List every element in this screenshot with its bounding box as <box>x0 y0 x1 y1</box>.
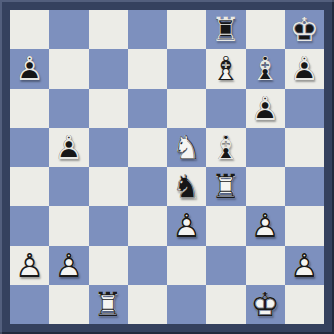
square-d2[interactable] <box>128 246 167 285</box>
square-h2[interactable]: ♟♙ <box>285 246 324 285</box>
square-f4[interactable]: ♜♖ <box>206 167 245 206</box>
piece-fill-glyph: ♜ <box>206 10 245 49</box>
piece-outline-glyph: ♗ <box>206 49 245 88</box>
square-b3[interactable] <box>49 206 88 245</box>
square-a7[interactable]: ♟♙ <box>10 49 49 88</box>
piece-outline-glyph: ♖ <box>89 285 128 324</box>
black-rook[interactable]: ♜♖ <box>206 10 245 49</box>
square-f6[interactable] <box>206 89 245 128</box>
square-h3[interactable] <box>285 206 324 245</box>
square-f8[interactable]: ♜♖ <box>206 10 245 49</box>
piece-outline-glyph: ♙ <box>10 49 49 88</box>
square-g4[interactable] <box>246 167 285 206</box>
piece-outline-glyph: ♙ <box>285 246 324 285</box>
piece-outline-glyph: ♙ <box>10 246 49 285</box>
square-d1[interactable] <box>128 285 167 324</box>
piece-outline-glyph: ♘ <box>167 167 206 206</box>
piece-fill-glyph: ♞ <box>167 128 206 167</box>
black-pawn[interactable]: ♟♙ <box>246 89 285 128</box>
square-g5[interactable] <box>246 128 285 167</box>
piece-outline-glyph: ♗ <box>206 128 245 167</box>
square-f7[interactable]: ♝♗ <box>206 49 245 88</box>
square-a4[interactable] <box>10 167 49 206</box>
piece-outline-glyph: ♙ <box>49 128 88 167</box>
piece-fill-glyph: ♟ <box>246 206 285 245</box>
square-a5[interactable] <box>10 128 49 167</box>
white-pawn[interactable]: ♟♙ <box>49 246 88 285</box>
square-a8[interactable] <box>10 10 49 49</box>
white-bishop[interactable]: ♝♗ <box>206 49 245 88</box>
chess-board: ♜♖♚♔♟♙♝♗♝♗♟♙♟♙♟♙♞♘♝♗♞♘♜♖♟♙♟♙♟♙♟♙♟♙♜♖♚♔ <box>10 10 324 324</box>
piece-fill-glyph: ♟ <box>285 246 324 285</box>
square-b4[interactable] <box>49 167 88 206</box>
white-king[interactable]: ♚♔ <box>246 285 285 324</box>
square-a3[interactable] <box>10 206 49 245</box>
black-knight[interactable]: ♞♘ <box>167 167 206 206</box>
square-e5[interactable]: ♞♘ <box>167 128 206 167</box>
square-c5[interactable] <box>89 128 128 167</box>
white-pawn[interactable]: ♟♙ <box>167 206 206 245</box>
square-g6[interactable]: ♟♙ <box>246 89 285 128</box>
square-g7[interactable]: ♝♗ <box>246 49 285 88</box>
piece-fill-glyph: ♟ <box>49 246 88 285</box>
black-bishop[interactable]: ♝♗ <box>206 128 245 167</box>
piece-fill-glyph: ♜ <box>89 285 128 324</box>
square-a1[interactable] <box>10 285 49 324</box>
square-h6[interactable] <box>285 89 324 128</box>
piece-fill-glyph: ♝ <box>246 49 285 88</box>
square-b1[interactable] <box>49 285 88 324</box>
square-b8[interactable] <box>49 10 88 49</box>
piece-fill-glyph: ♟ <box>167 206 206 245</box>
square-d6[interactable] <box>128 89 167 128</box>
black-bishop[interactable]: ♝♗ <box>246 49 285 88</box>
square-f1[interactable] <box>206 285 245 324</box>
square-c1[interactable]: ♜♖ <box>89 285 128 324</box>
piece-outline-glyph: ♖ <box>206 167 245 206</box>
piece-fill-glyph: ♚ <box>285 10 324 49</box>
piece-outline-glyph: ♙ <box>167 206 206 245</box>
square-h5[interactable] <box>285 128 324 167</box>
black-pawn[interactable]: ♟♙ <box>10 49 49 88</box>
white-knight[interactable]: ♞♘ <box>167 128 206 167</box>
square-b6[interactable] <box>49 89 88 128</box>
white-pawn[interactable]: ♟♙ <box>285 246 324 285</box>
piece-outline-glyph: ♙ <box>49 246 88 285</box>
black-pawn[interactable]: ♟♙ <box>49 128 88 167</box>
piece-outline-glyph: ♔ <box>285 10 324 49</box>
square-c7[interactable] <box>89 49 128 88</box>
square-e7[interactable] <box>167 49 206 88</box>
black-king[interactable]: ♚♔ <box>285 10 324 49</box>
piece-outline-glyph: ♗ <box>246 49 285 88</box>
piece-fill-glyph: ♝ <box>206 128 245 167</box>
square-c4[interactable] <box>89 167 128 206</box>
white-rook[interactable]: ♜♖ <box>206 167 245 206</box>
square-e6[interactable] <box>167 89 206 128</box>
piece-fill-glyph: ♟ <box>246 89 285 128</box>
square-a6[interactable] <box>10 89 49 128</box>
square-e3[interactable]: ♟♙ <box>167 206 206 245</box>
square-f2[interactable] <box>206 246 245 285</box>
square-g3[interactable]: ♟♙ <box>246 206 285 245</box>
square-d7[interactable] <box>128 49 167 88</box>
board-frame: ♜♖♚♔♟♙♝♗♝♗♟♙♟♙♟♙♞♘♝♗♞♘♜♖♟♙♟♙♟♙♟♙♟♙♜♖♚♔ <box>0 0 334 334</box>
piece-fill-glyph: ♟ <box>10 49 49 88</box>
piece-fill-glyph: ♟ <box>10 246 49 285</box>
piece-outline-glyph: ♔ <box>246 285 285 324</box>
piece-outline-glyph: ♘ <box>167 128 206 167</box>
square-d4[interactable] <box>128 167 167 206</box>
square-e4[interactable]: ♞♘ <box>167 167 206 206</box>
square-h4[interactable] <box>285 167 324 206</box>
square-h8[interactable]: ♚♔ <box>285 10 324 49</box>
piece-fill-glyph: ♜ <box>206 167 245 206</box>
square-d8[interactable] <box>128 10 167 49</box>
square-b5[interactable]: ♟♙ <box>49 128 88 167</box>
square-f3[interactable] <box>206 206 245 245</box>
square-a2[interactable]: ♟♙ <box>10 246 49 285</box>
square-g8[interactable] <box>246 10 285 49</box>
square-d3[interactable] <box>128 206 167 245</box>
square-h1[interactable] <box>285 285 324 324</box>
square-e2[interactable] <box>167 246 206 285</box>
square-g2[interactable] <box>246 246 285 285</box>
white-rook[interactable]: ♜♖ <box>89 285 128 324</box>
square-d5[interactable] <box>128 128 167 167</box>
square-e1[interactable] <box>167 285 206 324</box>
piece-outline-glyph: ♖ <box>206 10 245 49</box>
white-pawn[interactable]: ♟♙ <box>10 246 49 285</box>
square-h7[interactable]: ♟♙ <box>285 49 324 88</box>
piece-outline-glyph: ♙ <box>246 89 285 128</box>
square-c2[interactable] <box>89 246 128 285</box>
black-pawn[interactable]: ♟♙ <box>285 49 324 88</box>
square-b2[interactable]: ♟♙ <box>49 246 88 285</box>
square-f5[interactable]: ♝♗ <box>206 128 245 167</box>
square-c3[interactable] <box>89 206 128 245</box>
square-c8[interactable] <box>89 10 128 49</box>
piece-outline-glyph: ♙ <box>246 206 285 245</box>
square-b7[interactable] <box>49 49 88 88</box>
piece-fill-glyph: ♚ <box>246 285 285 324</box>
square-e8[interactable] <box>167 10 206 49</box>
piece-fill-glyph: ♝ <box>206 49 245 88</box>
piece-outline-glyph: ♙ <box>285 49 324 88</box>
square-g1[interactable]: ♚♔ <box>246 285 285 324</box>
piece-fill-glyph: ♟ <box>285 49 324 88</box>
square-c6[interactable] <box>89 89 128 128</box>
piece-fill-glyph: ♟ <box>49 128 88 167</box>
white-pawn[interactable]: ♟♙ <box>246 206 285 245</box>
piece-fill-glyph: ♞ <box>167 167 206 206</box>
